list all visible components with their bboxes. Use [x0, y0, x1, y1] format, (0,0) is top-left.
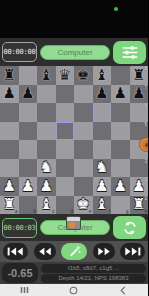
piece-white-pawn[interactable]: ♟	[3, 179, 16, 194]
piece-black-bishop[interactable]: ♝	[95, 68, 108, 83]
back-icon	[119, 286, 127, 295]
square-e6[interactable]	[74, 103, 93, 122]
square-b2[interactable]: ♟	[19, 177, 38, 196]
rank-label: 3	[144, 159, 147, 164]
piece-white-pawn[interactable]: ♟	[114, 179, 127, 194]
rank-label: 5	[144, 122, 147, 127]
piece-black-pawn[interactable]: ♟	[114, 86, 127, 101]
square-a5[interactable]	[0, 122, 19, 141]
square-a6[interactable]	[0, 103, 19, 122]
square-d1[interactable]: d	[56, 196, 75, 215]
square-h7[interactable]: ♟7	[130, 85, 149, 104]
home-icon	[69, 286, 78, 295]
square-h1[interactable]: ♜1h	[130, 196, 149, 215]
square-f3[interactable]: ♞	[93, 159, 112, 178]
square-a8[interactable]: ♜	[0, 66, 19, 85]
piece-black-bishop[interactable]: ♝	[40, 68, 53, 83]
square-f5[interactable]	[93, 122, 112, 141]
square-c1[interactable]: ♝c	[37, 196, 56, 215]
square-h6[interactable]: 6	[130, 103, 149, 122]
skip-to-end-icon	[124, 246, 141, 257]
square-h2[interactable]: ♟2	[130, 177, 149, 196]
square-a1[interactable]: ♜a	[0, 196, 19, 215]
top-clock: 00:00:00	[2, 42, 37, 62]
engine-info-panel: -0.65 f1b5, c8d7, c1g5 ... Depth 14/21, …	[0, 262, 148, 284]
piece-black-pawn[interactable]: ♟	[21, 86, 34, 101]
recents-icon	[20, 286, 29, 294]
rewind-icon	[38, 246, 52, 257]
floating-overlay-button[interactable]	[139, 137, 148, 152]
square-g4[interactable]	[111, 140, 130, 159]
square-d6[interactable]	[56, 103, 75, 122]
rewind-button[interactable]	[34, 243, 56, 260]
top-player-bar: 00:00:00 Computer	[0, 38, 148, 66]
rank-label: 8	[144, 66, 147, 71]
square-g2[interactable]: ♟	[111, 177, 130, 196]
square-b8[interactable]	[19, 66, 38, 85]
engine-thinking-icon	[66, 216, 81, 230]
piece-black-pawn[interactable]: ♟	[95, 86, 108, 101]
square-g5[interactable]	[111, 122, 130, 141]
piece-white-pawn[interactable]: ♟	[95, 179, 108, 194]
forward-icon	[97, 246, 111, 257]
forward-button[interactable]	[93, 243, 115, 260]
square-b4[interactable]	[19, 140, 38, 159]
square-c3[interactable]: ♞	[37, 159, 56, 178]
square-g3[interactable]	[111, 159, 130, 178]
status-camera-dot	[114, 7, 118, 11]
bottom-clock: 00:00:03	[2, 218, 37, 238]
rank-label: 1	[144, 196, 147, 201]
square-e1[interactable]: ♚e	[74, 196, 93, 215]
square-f1[interactable]: ♝f	[93, 196, 112, 215]
piece-white-rook[interactable]: ♜	[3, 197, 16, 212]
engine-pv-line: f1b5, c8d7, c1g5 ...	[41, 264, 146, 273]
square-g8[interactable]	[111, 66, 130, 85]
engine-depth-stats: Depth 14/21, NPS 198383	[41, 274, 146, 283]
magic-wand-icon	[68, 245, 81, 258]
square-a2[interactable]: ♟	[0, 177, 19, 196]
back-button[interactable]	[99, 286, 148, 295]
square-f2[interactable]: ♟	[93, 177, 112, 196]
square-c6[interactable]	[37, 103, 56, 122]
square-a3[interactable]	[0, 159, 19, 178]
square-e7[interactable]	[74, 85, 93, 104]
square-g1[interactable]: g	[111, 196, 130, 215]
square-d4[interactable]	[56, 140, 75, 159]
piece-black-pawn[interactable]: ♟	[3, 86, 16, 101]
square-f7[interactable]: ♟	[93, 85, 112, 104]
square-b7[interactable]: ♟	[19, 85, 38, 104]
square-c4[interactable]	[37, 140, 56, 159]
android-nav-bar	[0, 284, 148, 296]
tune-sliders-icon	[121, 45, 139, 60]
square-e5[interactable]	[74, 122, 93, 141]
piece-white-pawn[interactable]: ♟	[40, 179, 53, 194]
square-d7[interactable]	[56, 85, 75, 104]
skip-to-end-button[interactable]	[120, 243, 145, 260]
piece-black-rook[interactable]: ♜	[3, 68, 16, 83]
hint-wand-button[interactable]	[61, 243, 87, 260]
home-button[interactable]	[49, 286, 98, 295]
square-d3[interactable]	[56, 159, 75, 178]
square-b6[interactable]	[19, 103, 38, 122]
square-d5[interactable]	[56, 122, 75, 141]
piece-white-king[interactable]: ♚	[77, 197, 90, 212]
square-h8[interactable]: ♜8	[130, 66, 149, 85]
square-d2[interactable]	[56, 177, 75, 196]
square-e4[interactable]	[74, 140, 93, 159]
piece-white-knight[interactable]: ♞	[40, 160, 53, 175]
square-a7[interactable]: ♟	[0, 85, 19, 104]
piece-black-king[interactable]: ♚	[77, 68, 90, 83]
square-d8[interactable]: ♛	[56, 66, 75, 85]
square-b1[interactable]: b	[19, 196, 38, 215]
square-e3[interactable]	[74, 159, 93, 178]
refresh-icon	[122, 220, 138, 236]
piece-white-knight[interactable]: ♞	[95, 160, 108, 175]
playback-controls	[0, 241, 148, 262]
square-b5[interactable]	[19, 122, 38, 141]
recents-button[interactable]	[0, 286, 49, 294]
square-e8[interactable]: ♚	[74, 66, 93, 85]
square-f8[interactable]: ♝	[93, 66, 112, 85]
piece-black-queen[interactable]: ♛	[58, 68, 71, 83]
piece-white-pawn[interactable]: ♟	[21, 179, 34, 194]
engine-eval-score: -0.65	[2, 263, 38, 283]
square-c5[interactable]	[37, 122, 56, 141]
square-f4[interactable]	[93, 140, 112, 159]
square-g7[interactable]: ♟	[111, 85, 130, 104]
piece-white-bishop[interactable]: ♝	[40, 197, 53, 212]
chess-board: ♜♝♛♚♝♜8♟♟♟♟♟7654♞♞3♟♟♟♟♟♟2♜ab♝cd♚e♝fg♜1h	[0, 66, 148, 214]
bottom-player-bar: 00:00:03 Computer	[0, 214, 148, 241]
square-f6[interactable]	[93, 103, 112, 122]
rank-label: 2	[144, 177, 147, 182]
square-h3[interactable]: 3	[130, 159, 149, 178]
square-b3[interactable]	[19, 159, 38, 178]
square-c2[interactable]: ♟	[37, 177, 56, 196]
engine-output: f1b5, c8d7, c1g5 ... Depth 14/21, NPS 19…	[41, 264, 146, 283]
skip-to-start-button[interactable]	[3, 243, 28, 260]
square-e2[interactable]	[74, 177, 93, 196]
rank-label: 6	[144, 103, 147, 108]
square-c8[interactable]: ♝	[37, 66, 56, 85]
square-a4[interactable]	[0, 140, 19, 159]
rank-label: 7	[144, 85, 147, 90]
square-g6[interactable]	[111, 103, 130, 122]
square-c7[interactable]	[37, 85, 56, 104]
settings-button[interactable]	[113, 41, 146, 64]
top-player-button[interactable]: Computer	[40, 45, 110, 60]
refresh-button[interactable]	[113, 216, 146, 239]
piece-white-bishop[interactable]: ♝	[95, 197, 108, 212]
skip-to-start-icon	[7, 246, 24, 257]
android-status-bar	[0, 0, 148, 38]
